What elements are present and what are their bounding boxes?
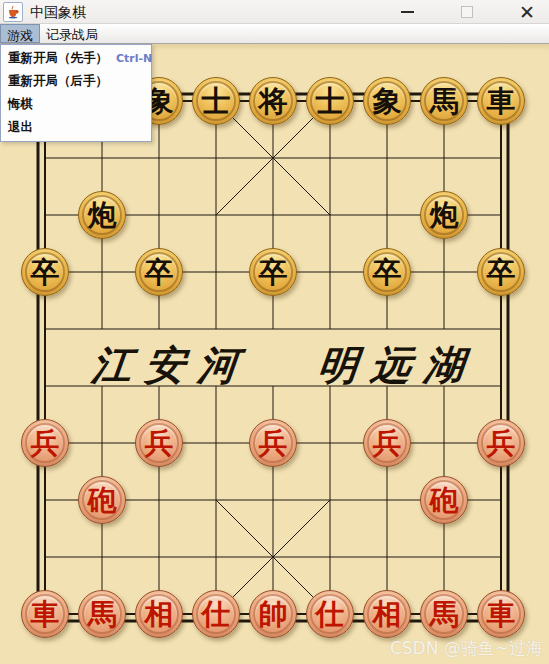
piece-red-horse[interactable]: 馬 — [420, 590, 468, 638]
piece-red-soldier[interactable]: 兵 — [363, 419, 411, 467]
minimize-button[interactable] — [394, 0, 420, 24]
menu-item-label: 悔棋 — [8, 96, 33, 113]
piece-red-soldier[interactable]: 兵 — [249, 419, 297, 467]
piece-red-cannon[interactable]: 砲 — [78, 476, 126, 524]
game-menu-dropdown: 重新开局（先手）Ctrl-N重新开局（后手）悔棋退出 — [0, 44, 152, 142]
menu-item-1[interactable]: 重新开局（后手） — [1, 70, 151, 93]
menu-item-label: 退出 — [8, 119, 33, 136]
piece-red-soldier[interactable]: 兵 — [477, 419, 525, 467]
piece-red-soldier[interactable]: 兵 — [135, 419, 183, 467]
menu-item-2[interactable]: 悔棋 — [1, 93, 151, 116]
piece-red-general[interactable]: 帥 — [249, 590, 297, 638]
menu-item-label: 重新开局（后手） — [8, 73, 108, 90]
piece-red-advisor[interactable]: 仕 — [306, 590, 354, 638]
piece-black-elephant[interactable]: 象 — [363, 77, 411, 125]
piece-red-advisor[interactable]: 仕 — [192, 590, 240, 638]
piece-red-elephant[interactable]: 相 — [135, 590, 183, 638]
piece-black-chariot[interactable]: 車 — [477, 77, 525, 125]
menu-item-3[interactable]: 退出 — [1, 116, 151, 139]
menubar-item-record[interactable]: 记录战局 — [40, 24, 104, 43]
window-title: 中国象棋 — [30, 4, 86, 22]
piece-black-cannon[interactable]: 炮 — [420, 191, 468, 239]
java-app-icon[interactable] — [3, 2, 23, 22]
title-bar: 中国象棋 ✕ — [0, 0, 549, 24]
piece-black-cannon[interactable]: 炮 — [78, 191, 126, 239]
csdn-watermark: CSDN @骑鱼~过海 — [390, 637, 543, 660]
app-window: 中国象棋 ✕ 游戏记录战局 江安河 明远湖 車馬象士将士象馬車炮炮卒卒卒卒卒兵兵… — [0, 0, 549, 664]
piece-black-soldier[interactable]: 卒 — [477, 248, 525, 296]
piece-black-soldier[interactable]: 卒 — [135, 248, 183, 296]
close-button[interactable]: ✕ — [514, 0, 540, 24]
piece-grid: 車馬象士将士象馬車炮炮卒卒卒卒卒兵兵兵兵兵砲砲車馬相仕帥仕相馬車 — [17, 73, 530, 643]
piece-black-advisor[interactable]: 士 — [192, 77, 240, 125]
piece-black-general[interactable]: 将 — [249, 77, 297, 125]
piece-black-soldier[interactable]: 卒 — [21, 248, 69, 296]
menu-item-shortcut: Ctrl-N — [108, 52, 152, 65]
piece-black-soldier[interactable]: 卒 — [363, 248, 411, 296]
menu-bar: 游戏记录战局 — [0, 24, 549, 44]
piece-red-cannon[interactable]: 砲 — [420, 476, 468, 524]
piece-red-chariot[interactable]: 車 — [477, 590, 525, 638]
piece-black-soldier[interactable]: 卒 — [249, 248, 297, 296]
piece-red-horse[interactable]: 馬 — [78, 590, 126, 638]
maximize-button[interactable] — [454, 0, 480, 24]
minimize-icon — [401, 11, 414, 13]
menubar-item-game[interactable]: 游戏 — [0, 24, 40, 43]
close-icon: ✕ — [519, 1, 535, 23]
menu-item-0[interactable]: 重新开局（先手）Ctrl-N — [1, 47, 151, 70]
piece-red-chariot[interactable]: 車 — [21, 590, 69, 638]
piece-black-horse[interactable]: 馬 — [420, 77, 468, 125]
maximize-icon — [461, 6, 473, 18]
piece-red-elephant[interactable]: 相 — [363, 590, 411, 638]
piece-red-soldier[interactable]: 兵 — [21, 419, 69, 467]
menu-item-label: 重新开局（先手） — [8, 50, 108, 67]
java-coffee-cup-icon — [6, 5, 20, 19]
piece-black-advisor[interactable]: 士 — [306, 77, 354, 125]
